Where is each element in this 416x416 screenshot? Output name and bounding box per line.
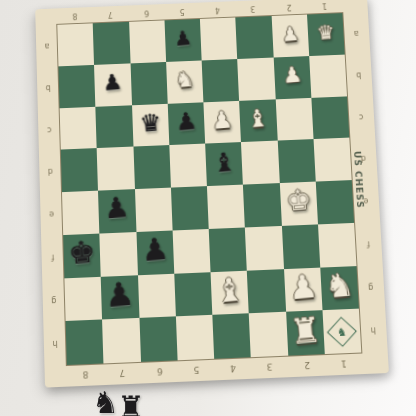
white-king-e2[interactable]: ♚ [284, 186, 312, 216]
square-h3[interactable] [249, 312, 288, 357]
black-queen-c6[interactable]: ♛ [138, 110, 161, 135]
white-pawn-a2[interactable]: ♟ [280, 24, 300, 45]
bottom-coordinate-label-5: 5 [177, 359, 215, 382]
square-e8[interactable] [62, 191, 100, 235]
right-coordinate-label-e: e [352, 179, 380, 223]
black-king-f8[interactable]: ♚ [67, 237, 96, 270]
captured-black-rook[interactable]: ♜ [117, 392, 145, 416]
square-c6[interactable]: ♛ [132, 103, 170, 146]
square-a3[interactable] [236, 16, 274, 59]
square-c1[interactable] [311, 96, 349, 139]
top-coordinate-label-2: 2 [270, 0, 306, 16]
black-pawn-b7[interactable]: ♟ [102, 71, 123, 94]
square-h6[interactable] [139, 317, 177, 362]
bottom-coordinate-label-1: 1 [325, 353, 363, 376]
square-f4[interactable] [209, 227, 247, 272]
square-a6[interactable] [129, 20, 166, 63]
square-e7[interactable]: ♟ [98, 189, 136, 233]
right-coordinate-label-b: b [345, 53, 373, 96]
square-c3[interactable]: ♝ [239, 99, 277, 142]
square-h8[interactable] [66, 320, 104, 365]
bottom-coordinate-label-4: 4 [214, 357, 252, 380]
square-a2[interactable]: ♟ [271, 15, 309, 58]
captured-black-knight[interactable]: ♞ [92, 388, 119, 416]
chess-board[interactable]: ♟♟♛♟♞♟♛♟♟♝♝♟♚♚♟♟♝♟♞♜♞ [57, 13, 361, 365]
square-d8[interactable] [61, 148, 98, 192]
square-c2[interactable] [275, 97, 313, 140]
white-rook-h2[interactable]: ♜ [288, 311, 322, 349]
right-coordinate-label-d: d [349, 137, 377, 180]
white-knight-g1[interactable]: ♞ [323, 268, 355, 303]
white-bishop-g4[interactable]: ♝ [214, 272, 246, 307]
square-f1[interactable] [318, 223, 357, 267]
top-coordinate-label-4: 4 [199, 1, 235, 19]
left-coordinate-label-c: c [38, 108, 61, 151]
square-f2[interactable] [281, 224, 320, 268]
square-f7[interactable] [100, 232, 138, 277]
square-g8[interactable] [64, 276, 102, 321]
square-g4[interactable]: ♝ [211, 270, 249, 315]
square-h7[interactable] [102, 318, 140, 363]
square-f8[interactable]: ♚ [63, 233, 101, 278]
bottom-coordinate-label-8: 8 [67, 363, 105, 386]
square-d1[interactable] [313, 138, 351, 182]
white-pawn-c4[interactable]: ♟ [210, 107, 234, 132]
square-d7[interactable] [97, 147, 135, 191]
square-e3[interactable] [243, 183, 281, 227]
white-bishop-c3[interactable]: ♝ [246, 106, 270, 131]
black-pawn-f6[interactable]: ♟ [140, 234, 170, 267]
square-g7[interactable]: ♟ [101, 275, 139, 320]
square-d6[interactable] [133, 145, 171, 189]
white-knight-b5[interactable]: ♞ [174, 68, 195, 91]
square-c4[interactable]: ♟ [203, 100, 241, 143]
left-coordinate-label-d: d [39, 150, 62, 193]
white-pawn-b2[interactable]: ♟ [281, 64, 303, 87]
square-g6[interactable] [137, 273, 175, 318]
right-coordinate-label-c: c [347, 95, 375, 138]
left-coordinate-label-g: g [42, 278, 65, 322]
emblem-knight-icon: ♞ [336, 326, 347, 338]
square-f6[interactable]: ♟ [136, 230, 174, 275]
square-g3[interactable] [247, 269, 286, 314]
square-c5[interactable]: ♟ [167, 102, 205, 145]
square-e2[interactable]: ♚ [279, 182, 317, 226]
square-h5[interactable] [176, 315, 214, 360]
square-a1[interactable]: ♛ [307, 13, 345, 56]
square-a5[interactable]: ♟ [164, 19, 201, 62]
white-queen-a1[interactable]: ♛ [316, 22, 336, 43]
square-h4[interactable] [212, 314, 251, 359]
square-e1[interactable] [316, 180, 355, 224]
left-coordinate-label-h: h [43, 321, 67, 366]
left-coordinate-label-e: e [40, 192, 63, 236]
square-d2[interactable] [277, 139, 315, 183]
top-coordinate-label-6: 6 [128, 4, 164, 22]
black-pawn-c5[interactable]: ♟ [174, 109, 197, 134]
square-e6[interactable] [134, 188, 172, 232]
top-coordinate-label-3: 3 [235, 0, 271, 17]
square-d4[interactable]: ♝ [205, 142, 243, 186]
square-f5[interactable] [172, 229, 210, 274]
us-chess-emblem: ♞ [327, 316, 357, 346]
black-bishop-d4[interactable]: ♝ [211, 148, 237, 176]
white-pawn-g2[interactable]: ♟ [287, 269, 319, 304]
square-d3[interactable] [241, 141, 279, 185]
square-e5[interactable] [171, 186, 209, 230]
square-b7[interactable]: ♟ [94, 63, 131, 106]
square-b1[interactable] [309, 54, 347, 97]
bottom-coordinate-label-2: 2 [288, 354, 326, 377]
black-pawn-g7[interactable]: ♟ [104, 277, 136, 312]
top-coordinate-label-5: 5 [164, 3, 200, 21]
square-b4[interactable] [202, 59, 240, 102]
square-b3[interactable] [237, 57, 275, 100]
square-h1[interactable]: ♞ [322, 309, 361, 354]
right-coordinate-label-h: h [359, 308, 388, 353]
photo-stage: 87654321 abcdefgh ♟♟♛♟♞♟♛♟♟♝♝♟♚♚♟♟♝♟♞♜♞ … [0, 0, 416, 416]
square-g2[interactable]: ♟ [284, 267, 323, 312]
black-pawn-e7[interactable]: ♟ [103, 194, 130, 224]
right-coordinate-label-g: g [356, 264, 385, 308]
square-c8[interactable] [60, 106, 97, 149]
left-coordinate-label-f: f [41, 235, 64, 279]
square-h2[interactable]: ♜ [286, 310, 325, 355]
top-coordinate-label-8: 8 [57, 7, 93, 25]
left-coordinate-label-a: a [36, 25, 59, 67]
top-coordinate-label-7: 7 [92, 6, 128, 24]
square-f3[interactable] [245, 226, 283, 270]
square-a8[interactable] [57, 23, 94, 66]
square-e4[interactable] [207, 185, 245, 229]
square-c7[interactable] [96, 105, 133, 148]
square-g1[interactable]: ♞ [320, 266, 359, 311]
right-coordinate-label-a: a [342, 12, 370, 54]
vinyl-chessboard-mat: 87654321 abcdefgh ♟♟♛♟♞♟♛♟♟♝♝♟♚♚♟♟♝♟♞♜♞ … [35, 0, 389, 388]
square-a7[interactable] [93, 22, 130, 65]
square-b2[interactable]: ♟ [273, 56, 311, 99]
right-coordinate-label-f: f [354, 222, 383, 266]
square-g5[interactable] [174, 272, 212, 317]
bottom-coordinate-label-6: 6 [141, 360, 179, 383]
square-a4[interactable] [200, 17, 238, 60]
bottom-coordinate-label-3: 3 [251, 356, 289, 379]
bottom-coordinate-label-7: 7 [104, 362, 142, 385]
square-b8[interactable] [58, 65, 95, 108]
black-pawn-a5[interactable]: ♟ [173, 28, 192, 49]
square-b6[interactable] [130, 62, 167, 105]
left-coordinate-label-b: b [37, 66, 60, 109]
square-b5[interactable]: ♞ [166, 60, 204, 103]
square-d5[interactable] [169, 144, 207, 188]
